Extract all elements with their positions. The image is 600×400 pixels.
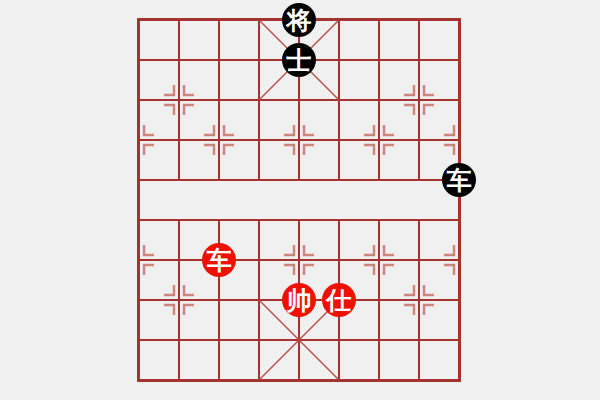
board-point-5-8[interactable] <box>319 320 359 360</box>
board-point-2-9[interactable] <box>199 360 239 400</box>
board-point-6-8[interactable] <box>359 320 399 360</box>
board-point-6-0[interactable] <box>359 0 399 40</box>
board-point-3-4[interactable] <box>239 160 279 200</box>
board-point-5-4[interactable] <box>319 160 359 200</box>
board-point-8-3[interactable] <box>439 120 479 160</box>
board-point-2-3[interactable] <box>199 120 239 160</box>
board-point-1-2[interactable] <box>159 80 199 120</box>
board-point-4-5[interactable] <box>279 200 319 240</box>
board-point-5-7[interactable]: 仕 <box>319 280 359 320</box>
board-point-0-0[interactable] <box>119 0 159 40</box>
black-chariot-piece[interactable]: 车 <box>442 163 476 197</box>
board-point-1-8[interactable] <box>159 320 199 360</box>
board-point-7-9[interactable] <box>399 360 439 400</box>
board-point-0-1[interactable] <box>119 40 159 80</box>
piece-glyph: 车 <box>447 168 472 193</box>
board-point-7-2[interactable] <box>399 80 439 120</box>
board-point-5-6[interactable] <box>319 240 359 280</box>
board-point-0-9[interactable] <box>119 360 159 400</box>
board-point-2-4[interactable] <box>199 160 239 200</box>
board-point-0-5[interactable] <box>119 200 159 240</box>
board-point-8-7[interactable] <box>439 280 479 320</box>
board-point-6-3[interactable] <box>359 120 399 160</box>
board-point-3-5[interactable] <box>239 200 279 240</box>
board-point-3-3[interactable] <box>239 120 279 160</box>
board-point-3-9[interactable] <box>239 360 279 400</box>
board-point-2-2[interactable] <box>199 80 239 120</box>
board-point-4-2[interactable] <box>279 80 319 120</box>
board-point-7-7[interactable] <box>399 280 439 320</box>
board-point-1-4[interactable] <box>159 160 199 200</box>
board-point-7-0[interactable] <box>399 0 439 40</box>
board-point-0-7[interactable] <box>119 280 159 320</box>
board-point-8-6[interactable] <box>439 240 479 280</box>
board-point-0-3[interactable] <box>119 120 159 160</box>
board-point-6-9[interactable] <box>359 360 399 400</box>
board-point-8-2[interactable] <box>439 80 479 120</box>
board-point-6-1[interactable] <box>359 40 399 80</box>
board-point-4-8[interactable] <box>279 320 319 360</box>
red-general-piece[interactable]: 帅 <box>282 283 316 317</box>
board-point-3-7[interactable] <box>239 280 279 320</box>
red-advisor-piece[interactable]: 仕 <box>322 283 356 317</box>
board-point-8-5[interactable] <box>439 200 479 240</box>
board-point-4-6[interactable] <box>279 240 319 280</box>
board-point-1-7[interactable] <box>159 280 199 320</box>
board-point-4-0[interactable]: 将 <box>279 0 319 40</box>
board-point-1-0[interactable] <box>159 0 199 40</box>
board-point-7-3[interactable] <box>399 120 439 160</box>
board-point-4-3[interactable] <box>279 120 319 160</box>
board-point-4-4[interactable] <box>279 160 319 200</box>
board-point-5-5[interactable] <box>319 200 359 240</box>
board-point-3-0[interactable] <box>239 0 279 40</box>
board-point-7-4[interactable] <box>399 160 439 200</box>
board-point-3-8[interactable] <box>239 320 279 360</box>
board-point-5-2[interactable] <box>319 80 359 120</box>
piece-glyph: 仕 <box>327 288 352 313</box>
board-point-2-6[interactable]: 车 <box>199 240 239 280</box>
board-point-1-5[interactable] <box>159 200 199 240</box>
board-point-7-6[interactable] <box>399 240 439 280</box>
piece-glyph: 车 <box>207 248 232 273</box>
board-point-2-0[interactable] <box>199 0 239 40</box>
board-point-8-0[interactable] <box>439 0 479 40</box>
piece-glyph: 士 <box>287 48 312 73</box>
board-point-2-8[interactable] <box>199 320 239 360</box>
board-point-5-1[interactable] <box>319 40 359 80</box>
board-point-6-2[interactable] <box>359 80 399 120</box>
black-advisor-piece[interactable]: 士 <box>282 43 316 77</box>
board-point-2-7[interactable] <box>199 280 239 320</box>
board-point-4-1[interactable]: 士 <box>279 40 319 80</box>
board-point-3-6[interactable] <box>239 240 279 280</box>
board-point-8-1[interactable] <box>439 40 479 80</box>
board-points: 将士车车帅仕 <box>119 0 479 400</box>
board-point-7-1[interactable] <box>399 40 439 80</box>
board-point-7-5[interactable] <box>399 200 439 240</box>
board-point-1-3[interactable] <box>159 120 199 160</box>
board-point-4-9[interactable] <box>279 360 319 400</box>
board-point-4-7[interactable]: 帅 <box>279 280 319 320</box>
piece-glyph: 将 <box>287 8 312 33</box>
board-point-5-3[interactable] <box>319 120 359 160</box>
board-point-0-2[interactable] <box>119 80 159 120</box>
board-point-5-0[interactable] <box>319 0 359 40</box>
board-point-6-5[interactable] <box>359 200 399 240</box>
board-point-6-7[interactable] <box>359 280 399 320</box>
board-point-3-2[interactable] <box>239 80 279 120</box>
board-point-2-5[interactable] <box>199 200 239 240</box>
board-point-0-6[interactable] <box>119 240 159 280</box>
board-point-3-1[interactable] <box>239 40 279 80</box>
board-point-8-8[interactable] <box>439 320 479 360</box>
board-point-0-4[interactable] <box>119 160 159 200</box>
red-chariot-piece[interactable]: 车 <box>202 243 236 277</box>
board-point-8-4[interactable]: 车 <box>439 160 479 200</box>
black-general-piece[interactable]: 将 <box>282 3 316 37</box>
board-point-1-9[interactable] <box>159 360 199 400</box>
xiangqi-board: 将士车车帅仕 <box>0 0 600 400</box>
board-point-2-1[interactable] <box>199 40 239 80</box>
board-point-7-8[interactable] <box>399 320 439 360</box>
board-point-1-6[interactable] <box>159 240 199 280</box>
board-point-0-8[interactable] <box>119 320 159 360</box>
board-point-5-9[interactable] <box>319 360 359 400</box>
board-point-6-4[interactable] <box>359 160 399 200</box>
board-point-6-6[interactable] <box>359 240 399 280</box>
board-point-8-9[interactable] <box>439 360 479 400</box>
board-point-1-1[interactable] <box>159 40 199 80</box>
piece-glyph: 帅 <box>287 288 312 313</box>
